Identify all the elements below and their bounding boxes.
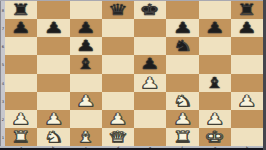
- square-f5[interactable]: [166, 55, 198, 73]
- black-knight-f6[interactable]: ♞: [172, 37, 192, 55]
- square-g4[interactable]: ♝: [199, 74, 231, 92]
- square-f7[interactable]: ♟: [166, 19, 198, 37]
- square-b1[interactable]: ♞: [37, 128, 69, 146]
- square-h2[interactable]: [231, 110, 263, 128]
- square-a2[interactable]: ♟: [5, 110, 37, 128]
- black-bishop-c5[interactable]: ♝: [76, 55, 96, 73]
- square-a4[interactable]: [5, 74, 37, 92]
- white-rook-a1[interactable]: ♜: [11, 128, 31, 146]
- square-c3[interactable]: ♟: [70, 92, 102, 110]
- square-h6[interactable]: [231, 37, 263, 55]
- square-c8[interactable]: [70, 1, 102, 19]
- square-a1[interactable]: ♜: [5, 128, 37, 146]
- black-bishop-g4[interactable]: ♝: [205, 73, 225, 91]
- square-c6[interactable]: ♟: [70, 37, 102, 55]
- square-f2[interactable]: ♟: [166, 110, 198, 128]
- square-h8[interactable]: ♜: [231, 1, 263, 19]
- square-a7[interactable]: ♟: [5, 19, 37, 37]
- bottom-border: [0, 148, 266, 150]
- square-d3[interactable]: [102, 92, 134, 110]
- square-e3[interactable]: [134, 92, 166, 110]
- black-king-e8[interactable]: ♚: [140, 1, 160, 19]
- square-d1[interactable]: ♛: [102, 128, 134, 146]
- white-knight-b1[interactable]: ♞: [43, 128, 63, 146]
- square-b5[interactable]: [37, 55, 69, 73]
- right-border: [263, 0, 266, 150]
- square-b3[interactable]: [37, 92, 69, 110]
- square-e8[interactable]: ♚: [134, 1, 166, 19]
- square-a3[interactable]: [5, 92, 37, 110]
- white-pawn-e4[interactable]: ♟: [140, 73, 160, 91]
- square-c7[interactable]: ♟: [70, 19, 102, 37]
- square-e6[interactable]: [134, 37, 166, 55]
- square-h3[interactable]: ♟: [231, 92, 263, 110]
- black-pawn-g7[interactable]: ♟: [205, 19, 225, 37]
- square-b8[interactable]: [37, 1, 69, 19]
- white-pawn-b2[interactable]: ♟: [43, 110, 63, 128]
- square-d6[interactable]: [102, 37, 134, 55]
- black-pawn-b7[interactable]: ♟: [43, 19, 63, 37]
- square-c5[interactable]: ♝: [70, 55, 102, 73]
- white-pawn-h3[interactable]: ♟: [237, 91, 257, 109]
- square-g7[interactable]: ♟: [199, 19, 231, 37]
- square-e5[interactable]: ♟: [134, 55, 166, 73]
- chess-board-window: 87654321 ♜♛♚♜♟♟♟♟♟♟♟♞♝♟♟♝♟♞♟♟♟♟♟♟♜♞♝♛♜♚ …: [0, 0, 266, 150]
- square-b7[interactable]: ♟: [37, 19, 69, 37]
- black-pawn-c7[interactable]: ♟: [76, 19, 96, 37]
- white-pawn-f2[interactable]: ♟: [172, 110, 192, 128]
- white-pawn-d2[interactable]: ♟: [108, 110, 128, 128]
- square-b4[interactable]: [37, 74, 69, 92]
- square-c4[interactable]: [70, 74, 102, 92]
- square-f4[interactable]: [166, 74, 198, 92]
- square-c2[interactable]: [70, 110, 102, 128]
- white-bishop-c1[interactable]: ♝: [76, 128, 96, 146]
- board: ♜♛♚♜♟♟♟♟♟♟♟♞♝♟♟♝♟♞♟♟♟♟♟♟♜♞♝♛♜♚: [5, 1, 263, 146]
- square-a5[interactable]: [5, 55, 37, 73]
- square-c1[interactable]: ♝: [70, 128, 102, 146]
- white-pawn-c3[interactable]: ♟: [76, 91, 96, 109]
- square-h7[interactable]: ♟: [231, 19, 263, 37]
- square-f3[interactable]: ♞: [166, 92, 198, 110]
- black-pawn-f7[interactable]: ♟: [172, 19, 192, 37]
- square-h1[interactable]: [231, 128, 263, 146]
- square-b6[interactable]: [37, 37, 69, 55]
- black-pawn-c6[interactable]: ♟: [76, 37, 96, 55]
- square-d5[interactable]: [102, 55, 134, 73]
- square-b2[interactable]: ♟: [37, 110, 69, 128]
- square-d2[interactable]: ♟: [102, 110, 134, 128]
- square-g6[interactable]: [199, 37, 231, 55]
- square-e7[interactable]: [134, 19, 166, 37]
- white-knight-f3[interactable]: ♞: [172, 91, 192, 109]
- square-h4[interactable]: [231, 74, 263, 92]
- white-queen-d1[interactable]: ♛: [108, 128, 128, 146]
- square-g5[interactable]: [199, 55, 231, 73]
- square-f6[interactable]: ♞: [166, 37, 198, 55]
- black-rook-a8[interactable]: ♜: [11, 1, 31, 19]
- square-e1[interactable]: [134, 128, 166, 146]
- square-a8[interactable]: ♜: [5, 1, 37, 19]
- white-rook-f1[interactable]: ♜: [172, 128, 192, 146]
- square-e4[interactable]: ♟: [134, 74, 166, 92]
- square-g1[interactable]: ♚: [199, 128, 231, 146]
- square-g2[interactable]: ♟: [199, 110, 231, 128]
- square-f8[interactable]: [166, 1, 198, 19]
- square-f1[interactable]: ♜: [166, 128, 198, 146]
- black-pawn-a7[interactable]: ♟: [11, 19, 31, 37]
- black-pawn-h7[interactable]: ♟: [237, 19, 257, 37]
- square-g3[interactable]: [199, 92, 231, 110]
- square-d7[interactable]: [102, 19, 134, 37]
- black-rook-h8[interactable]: ♜: [237, 1, 257, 19]
- white-pawn-a2[interactable]: ♟: [11, 110, 31, 128]
- white-king-g1[interactable]: ♚: [205, 128, 225, 146]
- square-d4[interactable]: [102, 74, 134, 92]
- black-pawn-e5[interactable]: ♟: [140, 55, 160, 73]
- square-d8[interactable]: ♛: [102, 1, 134, 19]
- square-h5[interactable]: [231, 55, 263, 73]
- square-g8[interactable]: [199, 1, 231, 19]
- black-queen-d8[interactable]: ♛: [108, 1, 128, 19]
- square-a6[interactable]: [5, 37, 37, 55]
- square-e2[interactable]: [134, 110, 166, 128]
- white-pawn-g2[interactable]: ♟: [205, 110, 225, 128]
